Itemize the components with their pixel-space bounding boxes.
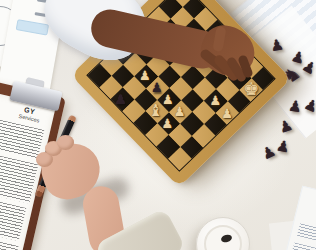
- fine-print: [297, 223, 316, 241]
- curled-finger: [57, 135, 74, 150]
- chess-piece-white-pawn[interactable]: ♟: [210, 94, 222, 107]
- chess-piece-white-pawn[interactable]: ♟: [221, 106, 233, 119]
- table-surface: Company's Growth GY Services ♟♟♟♟♝♟♟♟♟♚♟…: [0, 0, 316, 250]
- captured-black-pawn[interactable]: ♟: [275, 138, 291, 155]
- chess-piece-white-pawn[interactable]: ♟: [174, 105, 186, 118]
- coffee-cup-lid: [196, 217, 250, 250]
- captured-black-pawn[interactable]: ♟: [260, 143, 279, 162]
- paragraph-text: [0, 117, 44, 159]
- chess-piece-white-pawn[interactable]: ♟: [162, 93, 174, 106]
- chess-piece-black-pawn[interactable]: ♟: [151, 81, 163, 94]
- highlighted-label: [16, 19, 49, 35]
- chess-piece-white-pawn[interactable]: ♟: [162, 117, 174, 130]
- chess-piece-white-pawn[interactable]: ♟: [139, 69, 151, 82]
- chess-piece-white-king[interactable]: ♚: [243, 80, 259, 98]
- chess-piece-black-pawn[interactable]: ♟: [115, 92, 127, 105]
- fine-print: [291, 242, 316, 250]
